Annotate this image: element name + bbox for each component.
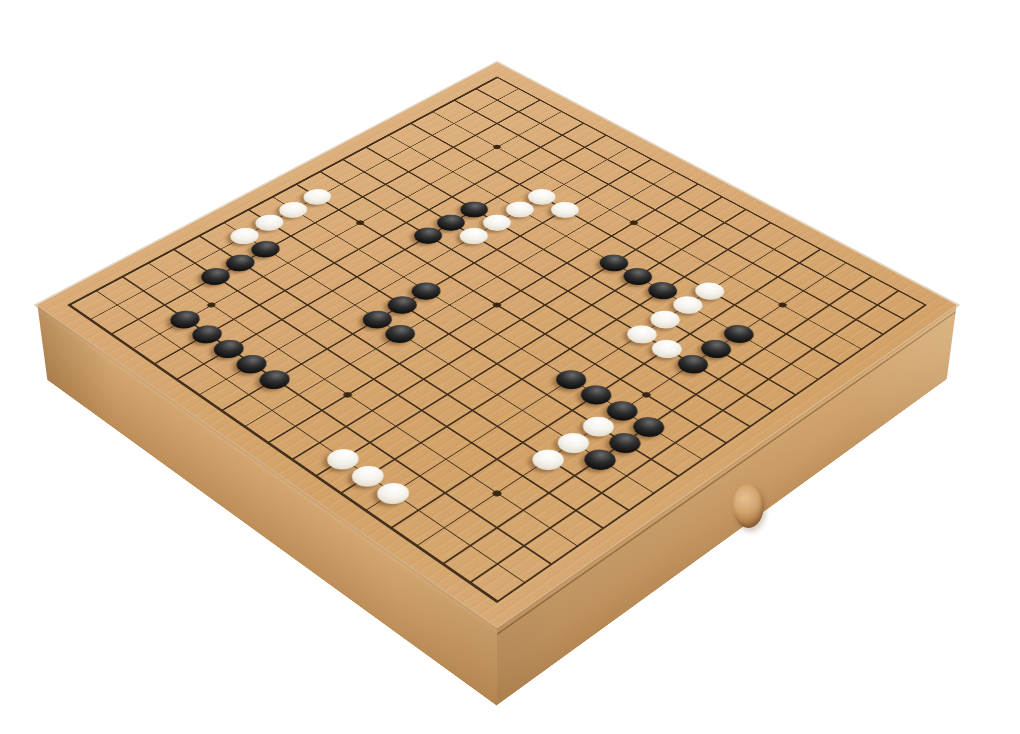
white-stone[interactable] [621, 321, 663, 346]
white-stone[interactable] [370, 479, 415, 509]
black-stone[interactable] [356, 307, 397, 332]
star-point [628, 220, 639, 226]
black-stone[interactable] [601, 397, 644, 424]
black-stone[interactable] [575, 381, 618, 408]
star-point [342, 391, 354, 398]
white-stone[interactable] [644, 307, 685, 332]
black-stone[interactable] [695, 336, 737, 362]
star-point [777, 302, 788, 309]
white-stone[interactable] [551, 429, 595, 457]
black-stone[interactable] [165, 307, 206, 332]
black-stone[interactable] [718, 321, 760, 346]
white-stone[interactable] [646, 336, 688, 362]
star-point [491, 489, 503, 497]
go-board [37, 63, 956, 627]
scene [0, 0, 1020, 734]
star-point [492, 144, 502, 150]
black-stone[interactable] [578, 445, 622, 474]
star-point [355, 220, 366, 226]
white-stone[interactable] [321, 445, 365, 474]
black-stone[interactable] [627, 413, 671, 441]
star-point [640, 391, 652, 398]
black-stone[interactable] [602, 429, 646, 457]
black-stone[interactable] [380, 321, 422, 346]
white-stone[interactable] [526, 445, 570, 474]
black-stone[interactable] [550, 366, 593, 393]
star-point [206, 302, 217, 309]
drawer-knob[interactable] [733, 484, 764, 528]
black-stone[interactable] [208, 336, 250, 362]
photo-background [0, 0, 1020, 734]
black-stone[interactable] [231, 351, 273, 377]
white-stone[interactable] [576, 413, 620, 441]
star-point [491, 302, 502, 309]
go-grid[interactable] [67, 76, 927, 603]
black-stone[interactable] [253, 366, 296, 393]
black-stone[interactable] [186, 321, 228, 346]
board-top-face [37, 63, 956, 627]
black-stone[interactable] [672, 351, 714, 377]
white-stone[interactable] [345, 462, 390, 491]
